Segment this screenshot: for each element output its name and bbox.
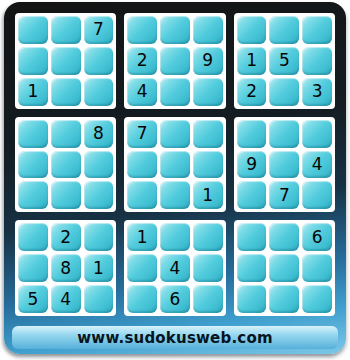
- cell-r3c5[interactable]: [160, 78, 190, 106]
- cell-r1c3[interactable]: 7: [84, 16, 114, 44]
- cell-r8c6[interactable]: [193, 254, 223, 282]
- cell-r9c3[interactable]: [84, 285, 114, 313]
- cell-r7c5[interactable]: [160, 223, 190, 251]
- cell-r7c1[interactable]: [18, 223, 48, 251]
- cell-r3c6[interactable]: [193, 78, 223, 106]
- cell-r3c1[interactable]: 1: [18, 78, 48, 106]
- cell-r3c9[interactable]: 3: [302, 78, 332, 106]
- cell-r4c7[interactable]: [237, 120, 267, 148]
- cell-r3c4[interactable]: 4: [127, 78, 157, 106]
- cell-r2c6[interactable]: 9: [193, 47, 223, 75]
- cell-r5c2[interactable]: [51, 151, 81, 179]
- cell-r6c4[interactable]: [127, 181, 157, 209]
- cell-r6c1[interactable]: [18, 181, 48, 209]
- box-9: 6: [234, 220, 335, 316]
- cell-r7c9[interactable]: 6: [302, 223, 332, 251]
- box-4: 8: [15, 117, 116, 213]
- cell-r4c6[interactable]: [193, 120, 223, 148]
- cell-r4c4[interactable]: 7: [127, 120, 157, 148]
- cell-r6c7[interactable]: [237, 181, 267, 209]
- cell-r9c4[interactable]: [127, 285, 157, 313]
- box-1: 71: [15, 13, 116, 109]
- cell-r5c3[interactable]: [84, 151, 114, 179]
- cell-r1c8[interactable]: [269, 16, 299, 44]
- cell-r6c3[interactable]: [84, 181, 114, 209]
- cell-r8c4[interactable]: [127, 254, 157, 282]
- cell-r5c8[interactable]: [269, 151, 299, 179]
- cell-r6c8[interactable]: 7: [269, 181, 299, 209]
- cell-r3c3[interactable]: [84, 78, 114, 106]
- cell-r9c7[interactable]: [237, 285, 267, 313]
- cell-r6c6[interactable]: 1: [193, 181, 223, 209]
- cell-r7c2[interactable]: 2: [51, 223, 81, 251]
- cell-r4c9[interactable]: [302, 120, 332, 148]
- box-3: 1523: [234, 13, 335, 109]
- cell-r2c1[interactable]: [18, 47, 48, 75]
- cell-r2c3[interactable]: [84, 47, 114, 75]
- cell-r9c2[interactable]: 4: [51, 285, 81, 313]
- cell-r6c2[interactable]: [51, 181, 81, 209]
- cell-r5c7[interactable]: 9: [237, 151, 267, 179]
- cell-r2c9[interactable]: [302, 47, 332, 75]
- cell-r1c7[interactable]: [237, 16, 267, 44]
- sudoku-board-frame: 712941523871947281541466 www.sudokusweb.…: [4, 2, 346, 354]
- cell-r4c5[interactable]: [160, 120, 190, 148]
- box-5: 71: [124, 117, 225, 213]
- cell-r8c5[interactable]: 4: [160, 254, 190, 282]
- cell-r3c8[interactable]: [269, 78, 299, 106]
- cell-r9c9[interactable]: [302, 285, 332, 313]
- cell-r4c8[interactable]: [269, 120, 299, 148]
- cell-r6c5[interactable]: [160, 181, 190, 209]
- cell-r8c7[interactable]: [237, 254, 267, 282]
- site-url-bar: www.sudokusweb.com: [12, 326, 338, 349]
- box-6: 947: [234, 117, 335, 213]
- box-7: 28154: [15, 220, 116, 316]
- sudoku-grid: 712941523871947281541466: [15, 13, 335, 316]
- cell-r7c3[interactable]: [84, 223, 114, 251]
- cell-r9c5[interactable]: 6: [160, 285, 190, 313]
- cell-r7c4[interactable]: 1: [127, 223, 157, 251]
- cell-r1c9[interactable]: [302, 16, 332, 44]
- cell-r7c8[interactable]: [269, 223, 299, 251]
- cell-r4c3[interactable]: 8: [84, 120, 114, 148]
- cell-r5c9[interactable]: 4: [302, 151, 332, 179]
- cell-r3c7[interactable]: 2: [237, 78, 267, 106]
- cell-r6c9[interactable]: [302, 181, 332, 209]
- cell-r4c1[interactable]: [18, 120, 48, 148]
- cell-r1c6[interactable]: [193, 16, 223, 44]
- box-2: 294: [124, 13, 225, 109]
- cell-r8c3[interactable]: 1: [84, 254, 114, 282]
- cell-r2c7[interactable]: 1: [237, 47, 267, 75]
- cell-r7c6[interactable]: [193, 223, 223, 251]
- cell-r7c7[interactable]: [237, 223, 267, 251]
- cell-r2c2[interactable]: [51, 47, 81, 75]
- cell-r1c4[interactable]: [127, 16, 157, 44]
- site-url-text: www.sudokusweb.com: [77, 329, 272, 347]
- cell-r8c9[interactable]: [302, 254, 332, 282]
- cell-r3c2[interactable]: [51, 78, 81, 106]
- cell-r8c1[interactable]: [18, 254, 48, 282]
- cell-r5c6[interactable]: [193, 151, 223, 179]
- cell-r1c5[interactable]: [160, 16, 190, 44]
- cell-r8c8[interactable]: [269, 254, 299, 282]
- cell-r5c1[interactable]: [18, 151, 48, 179]
- cell-r9c8[interactable]: [269, 285, 299, 313]
- cell-r1c2[interactable]: [51, 16, 81, 44]
- cell-r9c6[interactable]: [193, 285, 223, 313]
- cell-r4c2[interactable]: [51, 120, 81, 148]
- cell-r9c1[interactable]: 5: [18, 285, 48, 313]
- cell-r5c5[interactable]: [160, 151, 190, 179]
- box-8: 146: [124, 220, 225, 316]
- cell-r2c8[interactable]: 5: [269, 47, 299, 75]
- cell-r2c5[interactable]: [160, 47, 190, 75]
- cell-r2c4[interactable]: 2: [127, 47, 157, 75]
- cell-r1c1[interactable]: [18, 16, 48, 44]
- cell-r5c4[interactable]: [127, 151, 157, 179]
- cell-r8c2[interactable]: 8: [51, 254, 81, 282]
